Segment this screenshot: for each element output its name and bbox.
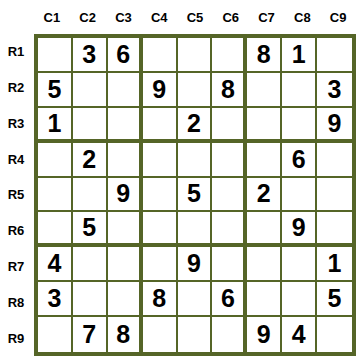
sudoku-cell-R7C1[interactable]: 4 [38, 247, 73, 282]
sudoku-cell-R4C4[interactable] [143, 143, 178, 178]
row-label-R9: R9 [0, 320, 32, 356]
sudoku-cell-R9C1[interactable] [38, 317, 73, 352]
sudoku-cell-R4C5[interactable] [178, 143, 213, 178]
sudoku-cell-R2C5[interactable] [178, 73, 213, 108]
col-header-C8: C8 [284, 6, 320, 28]
sudoku-cell-R4C3[interactable] [108, 143, 143, 178]
sudoku-cell-R9C9[interactable] [317, 317, 352, 352]
sudoku-cell-R9C4[interactable] [143, 317, 178, 352]
sudoku-cell-R4C2[interactable]: 2 [73, 143, 108, 178]
sudoku-cell-R7C3[interactable] [108, 247, 143, 282]
sudoku-cell-R7C5[interactable]: 9 [178, 247, 213, 282]
sudoku-cell-R1C9[interactable] [317, 38, 352, 73]
sudoku-cell-R6C2[interactable]: 5 [73, 212, 108, 247]
sudoku-cell-R2C4[interactable]: 9 [143, 73, 178, 108]
sudoku-cell-R8C9[interactable]: 5 [317, 282, 352, 317]
sudoku-cell-R3C3[interactable] [108, 108, 143, 143]
sudoku-cell-R1C4[interactable] [143, 38, 178, 73]
col-header-C2: C2 [70, 6, 106, 28]
col-header-C7: C7 [249, 6, 285, 28]
sudoku-cell-R3C7[interactable] [247, 108, 282, 143]
row-label-R2: R2 [0, 70, 32, 106]
sudoku-cell-R2C1[interactable]: 5 [38, 73, 73, 108]
sudoku-cell-R2C7[interactable] [247, 73, 282, 108]
sudoku-cell-R2C3[interactable] [108, 73, 143, 108]
sudoku-grid: 36815983129269525949138657894 [34, 34, 356, 356]
sudoku-cell-R8C5[interactable] [178, 282, 213, 317]
sudoku-cell-R7C8[interactable] [282, 247, 317, 282]
sudoku-cell-R1C3[interactable]: 6 [108, 38, 143, 73]
sudoku-cell-R5C5[interactable]: 5 [178, 178, 213, 213]
sudoku-cell-R3C1[interactable]: 1 [38, 108, 73, 143]
sudoku-cell-R4C7[interactable] [247, 143, 282, 178]
row-label-R6: R6 [0, 213, 32, 249]
sudoku-cell-R8C6[interactable]: 6 [212, 282, 247, 317]
col-header-C3: C3 [106, 6, 142, 28]
col-header-C9: C9 [320, 6, 356, 28]
sudoku-cell-R2C2[interactable] [73, 73, 108, 108]
col-header-C6: C6 [213, 6, 249, 28]
sudoku-cell-R8C8[interactable] [282, 282, 317, 317]
sudoku-cell-R7C4[interactable] [143, 247, 178, 282]
sudoku-cell-R8C4[interactable]: 8 [143, 282, 178, 317]
sudoku-cell-R8C2[interactable] [73, 282, 108, 317]
sudoku-cell-R9C6[interactable] [212, 317, 247, 352]
row-label-R7: R7 [0, 249, 32, 285]
sudoku-cell-R6C3[interactable] [108, 212, 143, 247]
sudoku-cell-R5C4[interactable] [143, 178, 178, 213]
sudoku-cell-R3C5[interactable]: 2 [178, 108, 213, 143]
sudoku-cell-R7C7[interactable] [247, 247, 282, 282]
sudoku-cell-R6C7[interactable] [247, 212, 282, 247]
sudoku-cell-R4C8[interactable]: 6 [282, 143, 317, 178]
sudoku-cell-R7C6[interactable] [212, 247, 247, 282]
row-label-R3: R3 [0, 106, 32, 142]
sudoku-cell-R6C9[interactable] [317, 212, 352, 247]
sudoku-cell-R1C7[interactable]: 8 [247, 38, 282, 73]
sudoku-cell-R8C3[interactable] [108, 282, 143, 317]
sudoku-cell-R1C8[interactable]: 1 [282, 38, 317, 73]
sudoku-cell-R9C5[interactable] [178, 317, 213, 352]
sudoku-cell-R7C9[interactable]: 1 [317, 247, 352, 282]
sudoku-cell-R9C8[interactable]: 4 [282, 317, 317, 352]
sudoku-cell-R2C6[interactable]: 8 [212, 73, 247, 108]
col-header-C1: C1 [34, 6, 70, 28]
sudoku-cell-R8C1[interactable]: 3 [38, 282, 73, 317]
sudoku-cell-R6C4[interactable] [143, 212, 178, 247]
sudoku-cell-R5C9[interactable] [317, 178, 352, 213]
col-header-C4: C4 [141, 6, 177, 28]
sudoku-cell-R4C1[interactable] [38, 143, 73, 178]
sudoku-cell-R5C1[interactable] [38, 178, 73, 213]
sudoku-cell-R7C2[interactable] [73, 247, 108, 282]
row-label-R1: R1 [0, 34, 32, 70]
sudoku-cell-R3C9[interactable]: 9 [317, 108, 352, 143]
row-label-R8: R8 [0, 284, 32, 320]
sudoku-cell-R3C2[interactable] [73, 108, 108, 143]
sudoku-cell-R9C3[interactable]: 8 [108, 317, 143, 352]
sudoku-cell-R2C8[interactable] [282, 73, 317, 108]
sudoku-cell-R4C9[interactable] [317, 143, 352, 178]
sudoku-cell-R2C9[interactable]: 3 [317, 73, 352, 108]
sudoku-cell-R1C2[interactable]: 3 [73, 38, 108, 73]
sudoku-cell-R6C1[interactable] [38, 212, 73, 247]
sudoku-cell-R5C7[interactable]: 2 [247, 178, 282, 213]
sudoku-cell-R5C6[interactable] [212, 178, 247, 213]
row-label-R4: R4 [0, 141, 32, 177]
row-labels: R1R2R3R4R5R6R7R8R9 [0, 34, 32, 356]
sudoku-cell-R1C1[interactable] [38, 38, 73, 73]
sudoku-cell-R9C2[interactable]: 7 [73, 317, 108, 352]
sudoku-cell-R9C7[interactable]: 9 [247, 317, 282, 352]
col-header-C5: C5 [177, 6, 213, 28]
sudoku-cell-R5C2[interactable] [73, 178, 108, 213]
sudoku-board: C1C2C3C4C5C6C7C8C9 R1R2R3R4R5R6R7R8R9 36… [0, 0, 361, 361]
sudoku-cell-R3C4[interactable] [143, 108, 178, 143]
row-label-R5: R5 [0, 177, 32, 213]
sudoku-cell-R8C7[interactable] [247, 282, 282, 317]
sudoku-cell-R4C6[interactable] [212, 143, 247, 178]
sudoku-cell-R6C6[interactable] [212, 212, 247, 247]
sudoku-cell-R5C3[interactable]: 9 [108, 178, 143, 213]
sudoku-cell-R3C8[interactable] [282, 108, 317, 143]
sudoku-cell-R5C8[interactable] [282, 178, 317, 213]
sudoku-cell-R6C8[interactable]: 9 [282, 212, 317, 247]
sudoku-cell-R3C6[interactable] [212, 108, 247, 143]
column-headers: C1C2C3C4C5C6C7C8C9 [34, 6, 356, 28]
sudoku-cell-R1C6[interactable] [212, 38, 247, 73]
sudoku-cell-R1C5[interactable] [178, 38, 213, 73]
sudoku-cell-R6C5[interactable] [178, 212, 213, 247]
